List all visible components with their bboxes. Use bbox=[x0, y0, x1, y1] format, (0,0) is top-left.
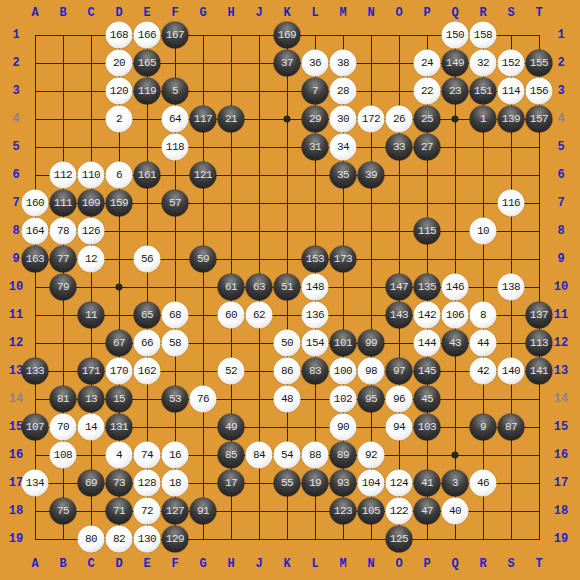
stone-black-B14[interactable]: 81 bbox=[50, 386, 77, 413]
stone-white-J16[interactable]: 84 bbox=[246, 442, 273, 469]
stone-white-B6[interactable]: 112 bbox=[50, 162, 77, 189]
stone-black-C17[interactable]: 69 bbox=[78, 470, 105, 497]
col-label-bottom-J: J bbox=[255, 557, 262, 571]
row-label-right-19: 19 bbox=[554, 532, 568, 546]
col-label-top-D: D bbox=[115, 6, 122, 20]
stone-black-L17[interactable]: 19 bbox=[302, 470, 329, 497]
col-label-top-B: B bbox=[59, 6, 66, 20]
row-label-left-10: 10 bbox=[9, 280, 23, 294]
stone-black-L13[interactable]: 83 bbox=[302, 358, 329, 385]
stone-black-G6[interactable]: 121 bbox=[190, 162, 217, 189]
stone-black-R4[interactable]: 1 bbox=[470, 106, 497, 133]
stone-white-G14[interactable]: 76 bbox=[190, 386, 217, 413]
stone-white-K12[interactable]: 50 bbox=[274, 330, 301, 357]
stone-black-B9[interactable]: 77 bbox=[50, 246, 77, 273]
stone-black-H4[interactable]: 21 bbox=[218, 106, 245, 133]
stone-black-S15[interactable]: 87 bbox=[498, 414, 525, 441]
stone-white-B8[interactable]: 78 bbox=[50, 218, 77, 245]
stone-black-H16[interactable]: 85 bbox=[218, 442, 245, 469]
stone-black-D12[interactable]: 67 bbox=[106, 330, 133, 357]
star-point bbox=[116, 284, 123, 291]
stone-black-N14[interactable]: 95 bbox=[358, 386, 385, 413]
stone-white-O18[interactable]: 122 bbox=[386, 498, 413, 525]
col-label-top-J: J bbox=[255, 6, 262, 20]
stone-white-H13[interactable]: 52 bbox=[218, 358, 245, 385]
row-label-right-1: 1 bbox=[557, 28, 564, 42]
stone-white-C6[interactable]: 110 bbox=[78, 162, 105, 189]
stone-white-R8[interactable]: 10 bbox=[470, 218, 497, 245]
stone-white-R1[interactable]: 158 bbox=[470, 22, 497, 49]
col-label-top-O: O bbox=[395, 6, 402, 20]
col-label-top-P: P bbox=[423, 6, 430, 20]
stone-black-K2[interactable]: 37 bbox=[274, 50, 301, 77]
stone-white-D4[interactable]: 2 bbox=[106, 106, 133, 133]
col-label-top-M: M bbox=[339, 6, 346, 20]
row-label-right-6: 6 bbox=[557, 168, 564, 182]
stone-white-B15[interactable]: 70 bbox=[50, 414, 77, 441]
col-label-bottom-S: S bbox=[507, 557, 514, 571]
stone-white-F11[interactable]: 68 bbox=[162, 302, 189, 329]
stone-black-P13[interactable]: 145 bbox=[414, 358, 441, 385]
col-label-bottom-T: T bbox=[535, 557, 542, 571]
stone-white-M14[interactable]: 102 bbox=[330, 386, 357, 413]
stone-white-A7[interactable]: 160 bbox=[22, 190, 49, 217]
stone-white-M3[interactable]: 28 bbox=[330, 78, 357, 105]
row-label-right-13: 13 bbox=[554, 364, 568, 378]
stone-white-J11[interactable]: 62 bbox=[246, 302, 273, 329]
stone-black-F3[interactable]: 5 bbox=[162, 78, 189, 105]
stone-black-P8[interactable]: 115 bbox=[414, 218, 441, 245]
stone-white-R13[interactable]: 42 bbox=[470, 358, 497, 385]
stone-white-D1[interactable]: 168 bbox=[106, 22, 133, 49]
stone-white-D2[interactable]: 20 bbox=[106, 50, 133, 77]
row-label-left-14: 14 bbox=[9, 392, 23, 406]
col-label-bottom-L: L bbox=[311, 557, 318, 571]
stone-black-L9[interactable]: 153 bbox=[302, 246, 329, 273]
stone-black-C14[interactable]: 13 bbox=[78, 386, 105, 413]
stone-black-C7[interactable]: 109 bbox=[78, 190, 105, 217]
star-point bbox=[452, 116, 459, 123]
stone-black-J10[interactable]: 63 bbox=[246, 274, 273, 301]
stone-white-P11[interactable]: 142 bbox=[414, 302, 441, 329]
row-label-right-17: 17 bbox=[554, 476, 568, 490]
col-label-bottom-R: R bbox=[479, 557, 486, 571]
col-label-bottom-F: F bbox=[171, 557, 178, 571]
stone-white-A8[interactable]: 164 bbox=[22, 218, 49, 245]
col-label-top-N: N bbox=[367, 6, 374, 20]
col-label-top-H: H bbox=[227, 6, 234, 20]
stone-black-M12[interactable]: 101 bbox=[330, 330, 357, 357]
stone-white-S3[interactable]: 114 bbox=[498, 78, 525, 105]
col-label-top-F: F bbox=[171, 6, 178, 20]
stone-white-D16[interactable]: 4 bbox=[106, 442, 133, 469]
col-label-top-R: R bbox=[479, 6, 486, 20]
stone-black-M6[interactable]: 35 bbox=[330, 162, 357, 189]
stone-black-R15[interactable]: 9 bbox=[470, 414, 497, 441]
stone-black-K17[interactable]: 55 bbox=[274, 470, 301, 497]
stone-black-O11[interactable]: 143 bbox=[386, 302, 413, 329]
stone-white-D3[interactable]: 120 bbox=[106, 78, 133, 105]
row-label-left-3: 3 bbox=[12, 84, 19, 98]
row-label-left-8: 8 bbox=[12, 224, 19, 238]
stone-black-C13[interactable]: 171 bbox=[78, 358, 105, 385]
row-label-right-4: 4 bbox=[557, 112, 564, 126]
col-label-top-Q: Q bbox=[451, 6, 458, 20]
stone-black-D15[interactable]: 131 bbox=[106, 414, 133, 441]
stone-white-R2[interactable]: 32 bbox=[470, 50, 497, 77]
row-label-right-7: 7 bbox=[557, 196, 564, 210]
stone-white-N13[interactable]: 98 bbox=[358, 358, 385, 385]
stone-white-M2[interactable]: 38 bbox=[330, 50, 357, 77]
stone-white-F12[interactable]: 58 bbox=[162, 330, 189, 357]
stone-black-N12[interactable]: 99 bbox=[358, 330, 385, 357]
stone-black-N6[interactable]: 39 bbox=[358, 162, 385, 189]
stone-black-P14[interactable]: 45 bbox=[414, 386, 441, 413]
stone-black-O5[interactable]: 33 bbox=[386, 134, 413, 161]
stone-white-K16[interactable]: 54 bbox=[274, 442, 301, 469]
col-label-top-L: L bbox=[311, 6, 318, 20]
stone-white-Q10[interactable]: 146 bbox=[442, 274, 469, 301]
stone-white-C9[interactable]: 12 bbox=[78, 246, 105, 273]
stone-white-A17[interactable]: 134 bbox=[22, 470, 49, 497]
stone-black-P18[interactable]: 47 bbox=[414, 498, 441, 525]
col-label-bottom-N: N bbox=[367, 557, 374, 571]
stone-white-N17[interactable]: 104 bbox=[358, 470, 385, 497]
stone-white-F5[interactable]: 118 bbox=[162, 134, 189, 161]
stone-white-Q1[interactable]: 150 bbox=[442, 22, 469, 49]
stone-white-C8[interactable]: 126 bbox=[78, 218, 105, 245]
stone-black-L3[interactable]: 7 bbox=[302, 78, 329, 105]
stone-white-O15[interactable]: 94 bbox=[386, 414, 413, 441]
stone-white-P3[interactable]: 22 bbox=[414, 78, 441, 105]
stone-black-G4[interactable]: 117 bbox=[190, 106, 217, 133]
stone-black-T12[interactable]: 113 bbox=[526, 330, 553, 357]
stone-white-M4[interactable]: 30 bbox=[330, 106, 357, 133]
stone-white-E9[interactable]: 56 bbox=[134, 246, 161, 273]
row-label-left-18: 18 bbox=[9, 504, 23, 518]
stone-white-P12[interactable]: 144 bbox=[414, 330, 441, 357]
stone-white-B16[interactable]: 108 bbox=[50, 442, 77, 469]
stone-black-P17[interactable]: 41 bbox=[414, 470, 441, 497]
col-label-top-A: A bbox=[31, 6, 38, 20]
stone-white-S10[interactable]: 138 bbox=[498, 274, 525, 301]
stone-white-F4[interactable]: 64 bbox=[162, 106, 189, 133]
stone-white-H11[interactable]: 60 bbox=[218, 302, 245, 329]
stone-white-L10[interactable]: 148 bbox=[302, 274, 329, 301]
stone-black-F19[interactable]: 129 bbox=[162, 526, 189, 553]
row-label-left-2: 2 bbox=[12, 56, 19, 70]
row-label-right-14: 14 bbox=[554, 392, 568, 406]
star-point bbox=[452, 452, 459, 459]
stone-white-O14[interactable]: 96 bbox=[386, 386, 413, 413]
stone-black-E3[interactable]: 119 bbox=[134, 78, 161, 105]
col-label-bottom-K: K bbox=[283, 557, 290, 571]
row-label-right-15: 15 bbox=[554, 420, 568, 434]
stone-black-P4[interactable]: 25 bbox=[414, 106, 441, 133]
stone-black-P10[interactable]: 135 bbox=[414, 274, 441, 301]
row-label-left-11: 11 bbox=[9, 308, 23, 322]
stone-black-T13[interactable]: 141 bbox=[526, 358, 553, 385]
go-board[interactable]: AABBCCDDEEFFGGHHJJKKLLMMNNOOPPQQRRSSTT11… bbox=[0, 0, 580, 580]
row-label-left-16: 16 bbox=[9, 448, 23, 462]
row-label-right-10: 10 bbox=[554, 280, 568, 294]
col-label-bottom-D: D bbox=[115, 557, 122, 571]
stone-white-L11[interactable]: 136 bbox=[302, 302, 329, 329]
stone-black-H10[interactable]: 61 bbox=[218, 274, 245, 301]
row-label-left-9: 9 bbox=[12, 252, 19, 266]
stone-black-C11[interactable]: 11 bbox=[78, 302, 105, 329]
stone-white-S7[interactable]: 116 bbox=[498, 190, 525, 217]
stone-black-A13[interactable]: 133 bbox=[22, 358, 49, 385]
stone-black-G9[interactable]: 59 bbox=[190, 246, 217, 273]
row-label-right-18: 18 bbox=[554, 504, 568, 518]
col-label-bottom-E: E bbox=[143, 557, 150, 571]
stone-white-M15[interactable]: 90 bbox=[330, 414, 357, 441]
stone-white-C19[interactable]: 80 bbox=[78, 526, 105, 553]
stone-black-H15[interactable]: 49 bbox=[218, 414, 245, 441]
row-label-right-8: 8 bbox=[557, 224, 564, 238]
stone-black-E6[interactable]: 161 bbox=[134, 162, 161, 189]
stone-white-Q11[interactable]: 106 bbox=[442, 302, 469, 329]
col-label-bottom-M: M bbox=[339, 557, 346, 571]
col-label-top-K: K bbox=[283, 6, 290, 20]
stone-white-T3[interactable]: 156 bbox=[526, 78, 553, 105]
stone-white-R11[interactable]: 8 bbox=[470, 302, 497, 329]
stone-black-D17[interactable]: 73 bbox=[106, 470, 133, 497]
row-label-left-12: 12 bbox=[9, 336, 23, 350]
stone-black-A15[interactable]: 107 bbox=[22, 414, 49, 441]
stone-white-E1[interactable]: 166 bbox=[134, 22, 161, 49]
col-label-bottom-H: H bbox=[227, 557, 234, 571]
stone-white-N4[interactable]: 172 bbox=[358, 106, 385, 133]
stone-white-E18[interactable]: 72 bbox=[134, 498, 161, 525]
stone-black-F7[interactable]: 57 bbox=[162, 190, 189, 217]
col-label-top-C: C bbox=[87, 6, 94, 20]
stone-white-F17[interactable]: 18 bbox=[162, 470, 189, 497]
stone-white-O4[interactable]: 26 bbox=[386, 106, 413, 133]
stone-black-L4[interactable]: 29 bbox=[302, 106, 329, 133]
row-label-right-5: 5 bbox=[557, 140, 564, 154]
stone-white-L2[interactable]: 36 bbox=[302, 50, 329, 77]
stone-black-T4[interactable]: 157 bbox=[526, 106, 553, 133]
stone-white-D19[interactable]: 82 bbox=[106, 526, 133, 553]
col-label-top-T: T bbox=[535, 6, 542, 20]
stone-black-K1[interactable]: 169 bbox=[274, 22, 301, 49]
stone-white-F16[interactable]: 16 bbox=[162, 442, 189, 469]
stone-white-S2[interactable]: 152 bbox=[498, 50, 525, 77]
stone-white-R12[interactable]: 44 bbox=[470, 330, 497, 357]
stone-black-D18[interactable]: 71 bbox=[106, 498, 133, 525]
stone-black-O10[interactable]: 147 bbox=[386, 274, 413, 301]
stone-black-L5[interactable]: 31 bbox=[302, 134, 329, 161]
stone-black-Q12[interactable]: 43 bbox=[442, 330, 469, 357]
col-label-bottom-C: C bbox=[87, 557, 94, 571]
stone-white-N16[interactable]: 92 bbox=[358, 442, 385, 469]
row-label-left-7: 7 bbox=[12, 196, 19, 210]
stone-white-C15[interactable]: 14 bbox=[78, 414, 105, 441]
stone-black-T2[interactable]: 155 bbox=[526, 50, 553, 77]
stone-black-K10[interactable]: 51 bbox=[274, 274, 301, 301]
stone-black-F14[interactable]: 53 bbox=[162, 386, 189, 413]
stone-white-L16[interactable]: 88 bbox=[302, 442, 329, 469]
stone-white-E13[interactable]: 162 bbox=[134, 358, 161, 385]
stone-white-E16[interactable]: 74 bbox=[134, 442, 161, 469]
stone-black-N18[interactable]: 105 bbox=[358, 498, 385, 525]
stone-white-Q18[interactable]: 40 bbox=[442, 498, 469, 525]
stone-black-Q17[interactable]: 3 bbox=[442, 470, 469, 497]
stone-white-E19[interactable]: 130 bbox=[134, 526, 161, 553]
stone-black-A9[interactable]: 163 bbox=[22, 246, 49, 273]
stone-white-K13[interactable]: 86 bbox=[274, 358, 301, 385]
row-label-right-16: 16 bbox=[554, 448, 568, 462]
col-label-bottom-Q: Q bbox=[451, 557, 458, 571]
row-label-right-11: 11 bbox=[554, 308, 568, 322]
col-label-top-S: S bbox=[507, 6, 514, 20]
col-label-bottom-P: P bbox=[423, 557, 430, 571]
stone-white-S13[interactable]: 140 bbox=[498, 358, 525, 385]
col-label-top-E: E bbox=[143, 6, 150, 20]
stone-black-D7[interactable]: 159 bbox=[106, 190, 133, 217]
stone-black-F1[interactable]: 167 bbox=[162, 22, 189, 49]
row-label-left-4: 4 bbox=[12, 112, 19, 126]
stone-white-O17[interactable]: 124 bbox=[386, 470, 413, 497]
col-label-bottom-G: G bbox=[199, 557, 206, 571]
row-label-right-2: 2 bbox=[557, 56, 564, 70]
stone-white-M5[interactable]: 34 bbox=[330, 134, 357, 161]
stone-black-T11[interactable]: 137 bbox=[526, 302, 553, 329]
stone-black-Q3[interactable]: 23 bbox=[442, 78, 469, 105]
col-label-bottom-O: O bbox=[395, 557, 402, 571]
row-label-left-19: 19 bbox=[9, 532, 23, 546]
stone-black-M17[interactable]: 93 bbox=[330, 470, 357, 497]
stone-white-E17[interactable]: 128 bbox=[134, 470, 161, 497]
stone-white-K14[interactable]: 48 bbox=[274, 386, 301, 413]
stone-white-D6[interactable]: 6 bbox=[106, 162, 133, 189]
stone-white-M13[interactable]: 100 bbox=[330, 358, 357, 385]
row-label-right-3: 3 bbox=[557, 84, 564, 98]
stone-black-M9[interactable]: 173 bbox=[330, 246, 357, 273]
stone-white-E12[interactable]: 66 bbox=[134, 330, 161, 357]
stone-white-D13[interactable]: 170 bbox=[106, 358, 133, 385]
stone-black-E11[interactable]: 65 bbox=[134, 302, 161, 329]
stone-white-L12[interactable]: 154 bbox=[302, 330, 329, 357]
stone-white-R17[interactable]: 46 bbox=[470, 470, 497, 497]
stone-black-S4[interactable]: 139 bbox=[498, 106, 525, 133]
stone-black-B7[interactable]: 111 bbox=[50, 190, 77, 217]
row-label-left-6: 6 bbox=[12, 168, 19, 182]
row-label-right-12: 12 bbox=[554, 336, 568, 350]
stone-black-G18[interactable]: 91 bbox=[190, 498, 217, 525]
star-point bbox=[284, 116, 291, 123]
row-label-left-1: 1 bbox=[12, 28, 19, 42]
stone-black-D14[interactable]: 15 bbox=[106, 386, 133, 413]
stone-black-B10[interactable]: 79 bbox=[50, 274, 77, 301]
stone-black-B18[interactable]: 75 bbox=[50, 498, 77, 525]
stone-black-M16[interactable]: 89 bbox=[330, 442, 357, 469]
stone-black-E2[interactable]: 165 bbox=[134, 50, 161, 77]
stone-black-O19[interactable]: 125 bbox=[386, 526, 413, 553]
stone-black-F18[interactable]: 127 bbox=[162, 498, 189, 525]
col-label-bottom-B: B bbox=[59, 557, 66, 571]
stone-white-P2[interactable]: 24 bbox=[414, 50, 441, 77]
stone-black-Q2[interactable]: 149 bbox=[442, 50, 469, 77]
stone-black-P15[interactable]: 103 bbox=[414, 414, 441, 441]
row-label-right-9: 9 bbox=[557, 252, 564, 266]
stone-black-P5[interactable]: 27 bbox=[414, 134, 441, 161]
stone-black-M18[interactable]: 123 bbox=[330, 498, 357, 525]
row-label-left-5: 5 bbox=[12, 140, 19, 154]
stone-black-R3[interactable]: 151 bbox=[470, 78, 497, 105]
col-label-top-G: G bbox=[199, 6, 206, 20]
stone-black-O13[interactable]: 97 bbox=[386, 358, 413, 385]
col-label-bottom-A: A bbox=[31, 557, 38, 571]
stone-black-H17[interactable]: 17 bbox=[218, 470, 245, 497]
